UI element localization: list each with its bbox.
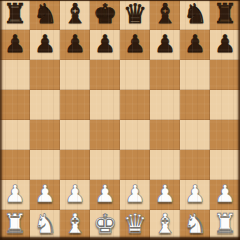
square-f7[interactable]: ♟ bbox=[150, 30, 180, 60]
square-b3[interactable] bbox=[30, 150, 60, 180]
square-g7[interactable]: ♟ bbox=[180, 30, 210, 60]
chess-board: ♜♞♝♚♛♝♞♜♟♟♟♟♟♟♟♟♟♟♟♟♟♟♟♟♜♞♝♚♛♝♞♜ bbox=[0, 0, 240, 240]
white-bishop: ♝ bbox=[63, 209, 87, 239]
square-g3[interactable] bbox=[180, 150, 210, 180]
square-f3[interactable] bbox=[150, 150, 180, 180]
square-b4[interactable] bbox=[30, 120, 60, 150]
square-d7[interactable]: ♟ bbox=[90, 30, 120, 60]
white-pawn: ♟ bbox=[184, 179, 206, 209]
black-pawn: ♟ bbox=[124, 29, 146, 59]
square-e3[interactable] bbox=[120, 150, 150, 180]
square-a2[interactable]: ♟ bbox=[0, 180, 30, 210]
white-pawn: ♟ bbox=[4, 179, 26, 209]
square-c5[interactable] bbox=[60, 90, 90, 120]
black-knight: ♞ bbox=[183, 0, 207, 29]
square-a8[interactable]: ♜ bbox=[0, 0, 30, 30]
square-c1[interactable]: ♝ bbox=[60, 210, 90, 240]
white-queen: ♛ bbox=[123, 209, 147, 239]
square-h1[interactable]: ♜ bbox=[210, 210, 240, 240]
square-a6[interactable] bbox=[0, 60, 30, 90]
black-rook: ♜ bbox=[213, 0, 237, 29]
square-h8[interactable]: ♜ bbox=[210, 0, 240, 30]
square-h4[interactable] bbox=[210, 120, 240, 150]
square-h7[interactable]: ♟ bbox=[210, 30, 240, 60]
square-g4[interactable] bbox=[180, 120, 210, 150]
black-pawn: ♟ bbox=[154, 29, 176, 59]
white-knight: ♞ bbox=[183, 209, 207, 239]
white-pawn: ♟ bbox=[154, 179, 176, 209]
square-c6[interactable] bbox=[60, 60, 90, 90]
square-b2[interactable]: ♟ bbox=[30, 180, 60, 210]
square-f1[interactable]: ♝ bbox=[150, 210, 180, 240]
square-c7[interactable]: ♟ bbox=[60, 30, 90, 60]
square-d3[interactable] bbox=[90, 150, 120, 180]
black-pawn: ♟ bbox=[94, 29, 116, 59]
square-g2[interactable]: ♟ bbox=[180, 180, 210, 210]
square-b5[interactable] bbox=[30, 90, 60, 120]
white-bishop: ♝ bbox=[153, 209, 177, 239]
white-knight: ♞ bbox=[33, 209, 57, 239]
square-g8[interactable]: ♞ bbox=[180, 0, 210, 30]
square-g6[interactable] bbox=[180, 60, 210, 90]
white-pawn: ♟ bbox=[94, 179, 116, 209]
white-king: ♚ bbox=[93, 209, 117, 239]
black-pawn: ♟ bbox=[184, 29, 206, 59]
white-pawn: ♟ bbox=[124, 179, 146, 209]
square-g1[interactable]: ♞ bbox=[180, 210, 210, 240]
white-pawn: ♟ bbox=[214, 179, 236, 209]
square-e7[interactable]: ♟ bbox=[120, 30, 150, 60]
square-e1[interactable]: ♛ bbox=[120, 210, 150, 240]
white-rook: ♜ bbox=[213, 209, 237, 239]
square-h3[interactable] bbox=[210, 150, 240, 180]
black-bishop: ♝ bbox=[153, 0, 177, 29]
black-king: ♚ bbox=[93, 0, 117, 29]
square-e5[interactable] bbox=[120, 90, 150, 120]
square-c8[interactable]: ♝ bbox=[60, 0, 90, 30]
square-d5[interactable] bbox=[90, 90, 120, 120]
square-f5[interactable] bbox=[150, 90, 180, 120]
square-f6[interactable] bbox=[150, 60, 180, 90]
square-f8[interactable]: ♝ bbox=[150, 0, 180, 30]
square-b6[interactable] bbox=[30, 60, 60, 90]
black-pawn: ♟ bbox=[34, 29, 56, 59]
square-a3[interactable] bbox=[0, 150, 30, 180]
square-d2[interactable]: ♟ bbox=[90, 180, 120, 210]
white-pawn: ♟ bbox=[64, 179, 86, 209]
black-pawn: ♟ bbox=[64, 29, 86, 59]
square-g5[interactable] bbox=[180, 90, 210, 120]
black-pawn: ♟ bbox=[4, 29, 26, 59]
square-h6[interactable] bbox=[210, 60, 240, 90]
square-a4[interactable] bbox=[0, 120, 30, 150]
square-a1[interactable]: ♜ bbox=[0, 210, 30, 240]
square-b7[interactable]: ♟ bbox=[30, 30, 60, 60]
white-pawn: ♟ bbox=[34, 179, 56, 209]
square-c2[interactable]: ♟ bbox=[60, 180, 90, 210]
white-rook: ♜ bbox=[3, 209, 27, 239]
square-d4[interactable] bbox=[90, 120, 120, 150]
black-bishop: ♝ bbox=[63, 0, 87, 29]
square-f2[interactable]: ♟ bbox=[150, 180, 180, 210]
square-h5[interactable] bbox=[210, 90, 240, 120]
square-c3[interactable] bbox=[60, 150, 90, 180]
square-a5[interactable] bbox=[0, 90, 30, 120]
square-e8[interactable]: ♛ bbox=[120, 0, 150, 30]
square-e6[interactable] bbox=[120, 60, 150, 90]
square-e2[interactable]: ♟ bbox=[120, 180, 150, 210]
square-f4[interactable] bbox=[150, 120, 180, 150]
square-d6[interactable] bbox=[90, 60, 120, 90]
square-d8[interactable]: ♚ bbox=[90, 0, 120, 30]
square-c4[interactable] bbox=[60, 120, 90, 150]
black-rook: ♜ bbox=[3, 0, 27, 29]
black-queen: ♛ bbox=[123, 0, 147, 29]
square-b1[interactable]: ♞ bbox=[30, 210, 60, 240]
black-pawn: ♟ bbox=[214, 29, 236, 59]
square-b8[interactable]: ♞ bbox=[30, 0, 60, 30]
black-knight: ♞ bbox=[33, 0, 57, 29]
square-d1[interactable]: ♚ bbox=[90, 210, 120, 240]
square-a7[interactable]: ♟ bbox=[0, 30, 30, 60]
square-e4[interactable] bbox=[120, 120, 150, 150]
square-h2[interactable]: ♟ bbox=[210, 180, 240, 210]
